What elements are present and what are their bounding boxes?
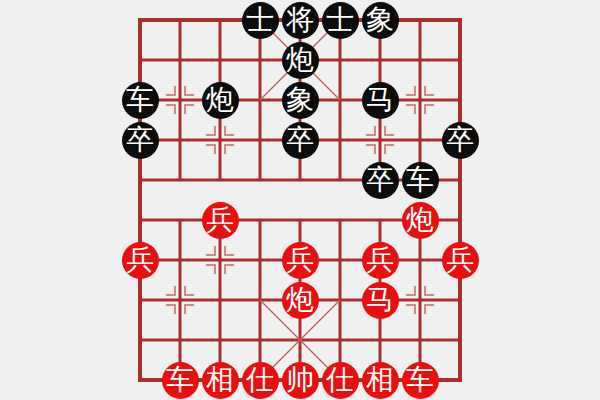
piece-black-cannon[interactable]: 炮 [202, 82, 239, 119]
piece-red-soldier[interactable]: 兵 [282, 242, 319, 279]
pieces-layer: 士将士象炮车炮象马卒卒卒卒车兵炮兵兵兵兵炮马车相仕帅仕相车 [120, 0, 480, 400]
piece-red-soldier[interactable]: 兵 [122, 242, 159, 279]
piece-black-soldier[interactable]: 卒 [282, 122, 319, 159]
piece-black-horse[interactable]: 马 [362, 82, 399, 119]
piece-black-advisor[interactable]: 士 [322, 2, 359, 39]
piece-black-elephant[interactable]: 象 [282, 82, 319, 119]
piece-red-chariot[interactable]: 车 [162, 362, 199, 399]
piece-black-elephant[interactable]: 象 [362, 2, 399, 39]
piece-black-soldier[interactable]: 卒 [122, 122, 159, 159]
piece-black-general[interactable]: 将 [282, 2, 319, 39]
piece-red-soldier[interactable]: 兵 [202, 202, 239, 239]
piece-red-horse[interactable]: 马 [362, 282, 399, 319]
piece-red-chariot[interactable]: 车 [402, 362, 439, 399]
piece-black-chariot[interactable]: 车 [402, 162, 439, 199]
piece-black-advisor[interactable]: 士 [242, 2, 279, 39]
xiangqi-board: 士将士象炮车炮象马卒卒卒卒车兵炮兵兵兵兵炮马车相仕帅仕相车 [0, 0, 600, 400]
piece-black-soldier[interactable]: 卒 [442, 122, 479, 159]
piece-black-soldier[interactable]: 卒 [362, 162, 399, 199]
piece-black-cannon[interactable]: 炮 [282, 42, 319, 79]
piece-red-soldier[interactable]: 兵 [362, 242, 399, 279]
piece-black-chariot[interactable]: 车 [122, 82, 159, 119]
piece-red-advisor[interactable]: 仕 [322, 362, 359, 399]
piece-red-elephant[interactable]: 相 [362, 362, 399, 399]
piece-red-general[interactable]: 帅 [282, 362, 319, 399]
piece-red-advisor[interactable]: 仕 [242, 362, 279, 399]
piece-red-elephant[interactable]: 相 [202, 362, 239, 399]
piece-red-cannon[interactable]: 炮 [402, 202, 439, 239]
piece-red-soldier[interactable]: 兵 [442, 242, 479, 279]
piece-red-cannon[interactable]: 炮 [282, 282, 319, 319]
